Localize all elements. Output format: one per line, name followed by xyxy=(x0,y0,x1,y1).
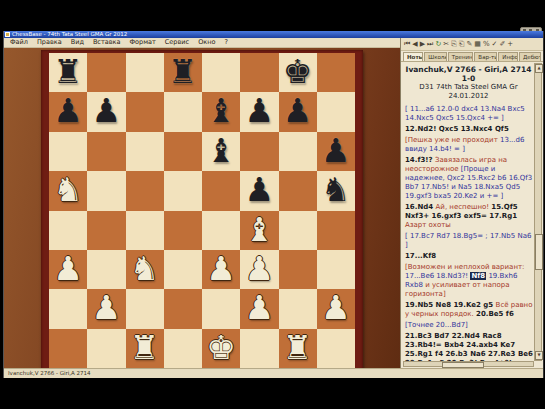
square-d1[interactable] xyxy=(164,329,202,368)
add-icon[interactable]: + xyxy=(507,39,513,50)
square-f4[interactable]: ♝ xyxy=(240,211,278,250)
square-b2[interactable]: ♟ xyxy=(87,289,125,328)
square-c2[interactable] xyxy=(126,289,164,328)
square-b4[interactable] xyxy=(87,211,125,250)
pencil-icon[interactable]: ✐ xyxy=(499,39,505,50)
notation-line: [Точнее 20...Bd7] xyxy=(405,321,534,330)
notation-line: [Пешка уже не проходит 13...d6 ввиду 14.… xyxy=(405,136,534,154)
notation-line: [ 17.Bc7 Rd7 18.Bg5= ; 17.Nb5 Na6 ] xyxy=(405,232,534,250)
menu-item-вставка[interactable]: Вставка xyxy=(93,38,121,47)
square-b5[interactable] xyxy=(87,171,125,210)
app-window: ChessBase - 74th Tata Steel GMA Gr 2012 … xyxy=(3,31,544,378)
piece-white-pawn-h2[interactable]: ♟ xyxy=(317,289,355,328)
square-g7[interactable]: ♟ xyxy=(279,92,317,131)
horizontal-scrollbar[interactable] xyxy=(403,361,534,367)
notation-line: 12.Nd2! Qxc5 13.Nxc4 Qf5 xyxy=(405,125,534,134)
move-list: [ 11...a6 12.0-0 dxc4 13.Na4 Bxc5 14.Nxc… xyxy=(403,105,534,361)
notation-move[interactable]: 17...Kf8 xyxy=(405,252,436,260)
notation-move[interactable]: 17...Be6 18.Nd3?! xyxy=(405,272,470,280)
last-move-icon[interactable]: ⏭ xyxy=(427,39,433,50)
square-b1[interactable] xyxy=(87,329,125,368)
piece-black-rook-a8[interactable]: ♜ xyxy=(49,53,87,92)
square-h1[interactable] xyxy=(317,329,355,368)
menu-item-файл[interactable]: Файл xyxy=(10,38,28,47)
square-e8[interactable] xyxy=(202,53,240,92)
notation-line: 14.f3!? Завязалась игра на неосторожное … xyxy=(405,156,534,201)
square-c4[interactable] xyxy=(126,211,164,250)
app-icon xyxy=(5,32,10,37)
square-h5[interactable]: ♞ xyxy=(317,171,355,210)
status-bar: Ivanchuk,V 2766 - Giri,A 2714 xyxy=(4,368,543,378)
square-h7[interactable] xyxy=(317,92,355,131)
square-a3[interactable]: ♟ xyxy=(49,250,87,289)
square-g8[interactable]: ♚ xyxy=(279,53,317,92)
notation-text[interactable]: Ivanchuk,V 2766 - Giri,A 2714 1-0 D31 74… xyxy=(403,63,534,361)
square-f1[interactable] xyxy=(240,329,278,368)
square-g4[interactable] xyxy=(279,211,317,250)
square-a8[interactable]: ♜ xyxy=(49,53,87,92)
notation-comment: Азарт охоты xyxy=(405,221,451,229)
scroll-up-icon[interactable]: ▲ xyxy=(535,64,543,73)
square-f3[interactable]: ♟ xyxy=(240,250,278,289)
menu-item-окно[interactable]: Окно xyxy=(198,38,215,47)
vertical-scrollbar[interactable]: ▲ ▼ xyxy=(534,63,542,361)
notation-line: 16.Nd4 Ай, неспешно! 15.Qf5 Nxf3+ 16.gxf… xyxy=(405,203,534,230)
square-e5[interactable] xyxy=(202,171,240,210)
square-g6[interactable] xyxy=(279,132,317,171)
notation-comment: [Пешка уже не проходит xyxy=(405,136,500,144)
piece-white-rook-c1[interactable]: ♜ xyxy=(126,329,164,368)
square-d8[interactable]: ♜ xyxy=(164,53,202,92)
square-f7[interactable]: ♟ xyxy=(240,92,278,131)
piece-black-bishop-e7[interactable]: ♝ xyxy=(202,92,240,131)
notation-line: 19.Nb5 Ne8 19.Ke2 g5 Всё равно у черных … xyxy=(405,301,534,319)
square-g3[interactable] xyxy=(279,250,317,289)
square-e3[interactable]: ♟ xyxy=(202,250,240,289)
square-d2[interactable] xyxy=(164,289,202,328)
square-h3[interactable] xyxy=(317,250,355,289)
board-background: ♜♜♚♟♟♝♟♟♝♟♞♟♞♝♟♞♟♟♟♟♟♜♚♜ xyxy=(4,48,400,368)
annotate-icon[interactable]: ✎ xyxy=(466,39,472,50)
tab-вар-ты[interactable]: Вар-ты xyxy=(474,52,497,61)
panel-tabs: НотыШколаТренингВар-тыИнфоДебют xyxy=(401,51,543,62)
square-a4[interactable] xyxy=(49,211,87,250)
notation-move[interactable]: 19.Nb5 Ne8 19.Ke2 g5 xyxy=(405,301,496,309)
square-f5[interactable]: ♟ xyxy=(240,171,278,210)
square-d3[interactable] xyxy=(164,250,202,289)
piece-black-pawn-f5[interactable]: ♟ xyxy=(240,171,278,210)
menu-item-сервис[interactable]: Сервис xyxy=(165,38,189,47)
game-event: D31 74th Tata Steel GMA Gr 24.01.2012 xyxy=(403,83,534,101)
piece-black-bishop-e6[interactable]: ♝ xyxy=(202,132,240,171)
piece-white-pawn-f2[interactable]: ♟ xyxy=(240,289,278,328)
piece-white-pawn-e3[interactable]: ♟ xyxy=(202,250,240,289)
piece-black-pawn-a7[interactable]: ♟ xyxy=(49,92,87,131)
menu-item-?[interactable]: ? xyxy=(224,38,227,47)
square-e6[interactable]: ♝ xyxy=(202,132,240,171)
first-move-icon[interactable]: ⏮ xyxy=(404,39,410,50)
square-c5[interactable] xyxy=(126,171,164,210)
panel-toolbar: ⏮◀▶⏭↻✂⎘⎗✎▦%✓✐+ xyxy=(401,38,543,51)
square-a6[interactable] xyxy=(49,132,87,171)
notation-line: [Возможен и неплохой вариант: 17...Be6 1… xyxy=(405,263,534,299)
piece-white-pawn-b2[interactable]: ♟ xyxy=(87,289,125,328)
check-icon[interactable]: ✓ xyxy=(492,39,498,50)
square-c1[interactable]: ♜ xyxy=(126,329,164,368)
notation-move[interactable]: 12.Nd2! Qxc5 13.Nxc4 Qf5 xyxy=(405,125,509,133)
square-h2[interactable]: ♟ xyxy=(317,289,355,328)
square-a7[interactable]: ♟ xyxy=(49,92,87,131)
screen: ChessBase - 74th Tata Steel GMA Gr 2012 … xyxy=(0,0,545,409)
game-header: Ivanchuk,V 2766 - Giri,A 2714 1-0 xyxy=(403,65,534,83)
square-h4[interactable] xyxy=(317,211,355,250)
square-g5[interactable] xyxy=(279,171,317,210)
piece-black-pawn-b7[interactable]: ♟ xyxy=(87,92,125,131)
notation-panel: ⏮◀▶⏭↻✂⎘⎗✎▦%✓✐+ НотыШколаТренингВар-тыИнф… xyxy=(400,38,543,368)
square-f6[interactable] xyxy=(240,132,278,171)
piece-white-knight-c3[interactable]: ♞ xyxy=(126,250,164,289)
notation-move[interactable]: 21.Bc3 Bd7 22.Nd4 Rac8 23.Rb4!= Bxb4 24.… xyxy=(405,332,533,361)
prev-move-icon[interactable]: ◀ xyxy=(412,39,417,50)
square-b3[interactable] xyxy=(87,250,125,289)
tab-школа[interactable]: Школа xyxy=(424,52,446,61)
square-c7[interactable] xyxy=(126,92,164,131)
square-e1[interactable]: ♚ xyxy=(202,329,240,368)
square-f2[interactable]: ♟ xyxy=(240,289,278,328)
square-b7[interactable]: ♟ xyxy=(87,92,125,131)
square-e4[interactable] xyxy=(202,211,240,250)
paste-icon[interactable]: ⎗ xyxy=(459,39,465,50)
notation-move[interactable]: 16.Nd4 xyxy=(405,203,436,211)
piece-white-pawn-f3[interactable]: ♟ xyxy=(240,250,278,289)
tab-инфо[interactable]: Инфо xyxy=(498,52,518,61)
square-c3[interactable]: ♞ xyxy=(126,250,164,289)
notation-line: 17...Kf8 xyxy=(405,252,534,261)
square-a1[interactable] xyxy=(49,329,87,368)
tab-дебют[interactable]: Дебют xyxy=(519,52,541,61)
notation-move[interactable]: [ 17.Bc7 Rd7 18.Bg5= ; 17.Nb5 Na6 ] xyxy=(405,232,531,249)
square-g2[interactable] xyxy=(279,289,317,328)
notation-comment: [Возможен и неплохой вариант: xyxy=(405,263,524,271)
square-d7[interactable] xyxy=(164,92,202,131)
chess-board[interactable]: ♜♜♚♟♟♝♟♟♝♟♞♟♞♝♟♞♟♟♟♟♟♜♚♜ xyxy=(49,53,355,368)
notation-move[interactable]: [ 11...a6 12.0-0 dxc4 13.Na4 Bxc5 14.Nxc… xyxy=(405,105,525,122)
square-f8[interactable] xyxy=(240,53,278,92)
menu-bar: ФайлПравкаВидВставкаФорматСервисОкно? xyxy=(4,38,400,48)
piece-white-rook-g1[interactable]: ♜ xyxy=(279,329,317,368)
square-c8[interactable] xyxy=(126,53,164,92)
cut-icon[interactable]: ✂ xyxy=(443,39,449,50)
square-d5[interactable] xyxy=(164,171,202,210)
notation-comment: Ай, неспешно! xyxy=(436,203,492,211)
table-icon[interactable]: ▦ xyxy=(474,39,481,50)
square-e2[interactable] xyxy=(202,289,240,328)
notation-line: 21.Bc3 Bd7 22.Nd4 Rac8 23.Rb4!= Bxb4 24.… xyxy=(405,332,534,361)
piece-white-knight-a5[interactable]: ♞ xyxy=(49,171,87,210)
status-text: Ivanchuk,V 2766 - Giri,A 2714 xyxy=(8,370,91,376)
square-b8[interactable] xyxy=(87,53,125,92)
notation-move[interactable]: 14.f3!? xyxy=(405,156,435,164)
piece-black-pawn-h6[interactable]: ♟ xyxy=(317,132,355,171)
menu-item-правка[interactable]: Правка xyxy=(37,38,62,47)
piece-white-bishop-f4[interactable]: ♝ xyxy=(240,211,278,250)
notation-move[interactable]: [Точнее 20...Bd7] xyxy=(405,321,468,329)
notation-move[interactable]: 20.Be5 f6 xyxy=(476,310,514,318)
square-g1[interactable]: ♜ xyxy=(279,329,317,368)
selected-move[interactable]: Nf8 xyxy=(470,272,486,280)
percent-icon[interactable]: % xyxy=(483,39,490,50)
tab-тренинг[interactable]: Тренинг xyxy=(448,52,474,61)
menu-item-вид[interactable]: Вид xyxy=(71,38,84,47)
scrollbar-thumb[interactable] xyxy=(535,234,543,270)
square-c6[interactable] xyxy=(126,132,164,171)
piece-black-rook-d8[interactable]: ♜ xyxy=(164,53,202,92)
piece-black-pawn-f7[interactable]: ♟ xyxy=(240,92,278,131)
square-b6[interactable] xyxy=(87,132,125,171)
piece-white-pawn-a3[interactable]: ♟ xyxy=(49,250,87,289)
refresh-icon[interactable]: ↻ xyxy=(435,39,441,50)
piece-black-knight-h5[interactable]: ♞ xyxy=(317,171,355,210)
square-e7[interactable]: ♝ xyxy=(202,92,240,131)
piece-white-king-e1[interactable]: ♚ xyxy=(202,329,240,368)
scroll-down-icon[interactable]: ▼ xyxy=(535,351,543,360)
square-a5[interactable]: ♞ xyxy=(49,171,87,210)
square-d4[interactable] xyxy=(164,211,202,250)
piece-black-pawn-g7[interactable]: ♟ xyxy=(279,92,317,131)
square-h8[interactable] xyxy=(317,53,355,92)
next-move-icon[interactable]: ▶ xyxy=(420,39,425,50)
square-a2[interactable] xyxy=(49,289,87,328)
menu-item-формат[interactable]: Формат xyxy=(129,38,155,47)
notation-line: [ 11...a6 12.0-0 dxc4 13.Na4 Bxc5 14.Nxc… xyxy=(405,105,534,123)
tab-ноты[interactable]: Ноты xyxy=(403,52,423,61)
piece-black-king-g8[interactable]: ♚ xyxy=(279,53,317,92)
square-d6[interactable] xyxy=(164,132,202,171)
window-title: ChessBase - 74th Tata Steel GMA Gr 2012 xyxy=(12,31,127,37)
square-h6[interactable]: ♟ xyxy=(317,132,355,171)
title-bar[interactable]: ChessBase - 74th Tata Steel GMA Gr 2012 xyxy=(4,31,543,38)
copy-icon[interactable]: ⎘ xyxy=(451,39,457,50)
